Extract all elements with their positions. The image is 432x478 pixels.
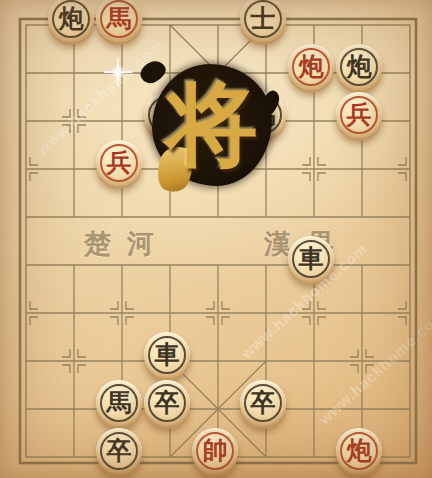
piece-ring: 炮 — [292, 48, 330, 86]
piece-ring: 馬 — [100, 0, 138, 38]
piece-ring: 卒 — [148, 384, 186, 422]
piece-red-炮-7-9[interactable]: 炮 — [336, 428, 382, 474]
piece-character: 卒 — [155, 390, 180, 415]
piece-character: 車 — [299, 246, 324, 271]
piece-character: 馬 — [107, 6, 132, 31]
piece-ring: 炮 — [340, 432, 378, 470]
piece-character: 炮 — [59, 6, 84, 31]
piece-ring: 馬 — [100, 384, 138, 422]
piece-ring: 卒 — [244, 384, 282, 422]
piece-character: 炮 — [347, 438, 372, 463]
piece-black-卒-5-8[interactable]: 卒 — [240, 380, 286, 426]
xiangqi-board-screen: 楚河 漢界 炮馬士炮炮將馬兵兵車車馬卒卒卒帥炮 将 www.hackhome.c… — [0, 0, 432, 478]
piece-character: 兵 — [107, 150, 132, 175]
piece-character: 卒 — [251, 390, 276, 415]
piece-black-炮-7-1[interactable]: 炮 — [336, 44, 382, 90]
piece-black-馬-2-8[interactable]: 馬 — [96, 380, 142, 426]
piece-ring: 車 — [148, 336, 186, 374]
piece-ring: 車 — [292, 240, 330, 278]
piece-character: 兵 — [347, 102, 372, 127]
piece-character: 炮 — [347, 54, 372, 79]
piece-red-帥-4-9[interactable]: 帥 — [192, 428, 238, 474]
piece-black-卒-2-9[interactable]: 卒 — [96, 428, 142, 474]
piece-ring: 兵 — [340, 96, 378, 134]
piece-character: 馬 — [107, 390, 132, 415]
piece-character: 車 — [155, 342, 180, 367]
piece-red-兵-7-2[interactable]: 兵 — [336, 92, 382, 138]
river-label-left: 楚河 — [84, 226, 170, 262]
piece-ring: 炮 — [52, 0, 90, 38]
piece-ring: 帥 — [196, 432, 234, 470]
piece-black-車-3-7[interactable]: 車 — [144, 332, 190, 378]
piece-red-炮-6-1[interactable]: 炮 — [288, 44, 334, 90]
piece-ring: 士 — [244, 0, 282, 38]
sparkle-glint-icon — [104, 58, 132, 86]
piece-character: 士 — [251, 6, 276, 31]
piece-ring: 炮 — [340, 48, 378, 86]
piece-ring: 卒 — [100, 432, 138, 470]
piece-character: 帥 — [203, 438, 228, 463]
piece-red-兵-2-3[interactable]: 兵 — [96, 140, 142, 186]
piece-ring: 兵 — [100, 144, 138, 182]
logo-jiang-character: 将 — [152, 64, 272, 186]
piece-character: 卒 — [107, 438, 132, 463]
piece-character: 炮 — [299, 54, 324, 79]
piece-black-卒-3-8[interactable]: 卒 — [144, 380, 190, 426]
app-logo: 将 — [152, 64, 272, 186]
piece-black-車-6-5[interactable]: 車 — [288, 236, 334, 282]
